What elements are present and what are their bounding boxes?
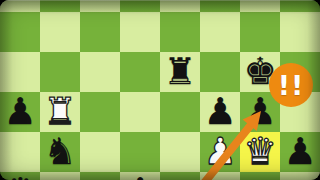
black-pawn-f5[interactable]: ♟ xyxy=(200,92,240,132)
black-pawn-d3[interactable]: ♟ xyxy=(120,172,160,180)
square-b7[interactable] xyxy=(40,12,80,52)
square-f3[interactable] xyxy=(200,172,240,180)
black-queen-a3[interactable]: ♛ xyxy=(0,172,40,180)
square-h4[interactable]: ♟ xyxy=(280,132,320,172)
square-h7[interactable] xyxy=(280,12,320,52)
square-b3[interactable] xyxy=(40,172,80,180)
square-f4[interactable]: ♟ xyxy=(200,132,240,172)
chess-board: ♜♚♟♜♟♟♞♟♛♟♛♟♞♟ !! xyxy=(0,0,320,180)
square-b4[interactable]: ♞ xyxy=(40,132,80,172)
square-f6[interactable] xyxy=(200,52,240,92)
square-f7[interactable] xyxy=(200,12,240,52)
square-e6[interactable]: ♜ xyxy=(160,52,200,92)
square-e8[interactable] xyxy=(160,0,200,12)
square-b8[interactable] xyxy=(40,0,80,12)
black-knight-b4[interactable]: ♞ xyxy=(40,132,80,172)
square-a5[interactable]: ♟ xyxy=(0,92,40,132)
square-f5[interactable]: ♟ xyxy=(200,92,240,132)
square-d5[interactable] xyxy=(120,92,160,132)
square-h8[interactable] xyxy=(280,0,320,12)
white-queen-g4[interactable]: ♛ xyxy=(240,132,280,172)
square-g4[interactable]: ♛ xyxy=(240,132,280,172)
square-b5[interactable]: ♜ xyxy=(40,92,80,132)
square-e5[interactable] xyxy=(160,92,200,132)
square-c4[interactable] xyxy=(80,132,120,172)
square-e3[interactable] xyxy=(160,172,200,180)
black-rook-e6[interactable]: ♜ xyxy=(160,52,200,92)
square-g7[interactable] xyxy=(240,12,280,52)
black-pawn-a5[interactable]: ♟ xyxy=(0,92,40,132)
chess-thumbnail: ♜♚♟♜♟♟♞♟♛♟♛♟♞♟ !! xyxy=(0,0,320,180)
brilliant-move-badge: !! xyxy=(269,63,313,107)
square-d7[interactable] xyxy=(120,12,160,52)
white-rook-b5[interactable]: ♜ xyxy=(40,92,80,132)
square-d8[interactable] xyxy=(120,0,160,12)
square-a6[interactable] xyxy=(0,52,40,92)
square-a3[interactable]: ♛ xyxy=(0,172,40,180)
square-d4[interactable] xyxy=(120,132,160,172)
square-a8[interactable] xyxy=(0,0,40,12)
square-d6[interactable] xyxy=(120,52,160,92)
square-a7[interactable] xyxy=(0,12,40,52)
square-a4[interactable] xyxy=(0,132,40,172)
square-c3[interactable] xyxy=(80,172,120,180)
square-d3[interactable]: ♟ xyxy=(120,172,160,180)
square-c7[interactable] xyxy=(80,12,120,52)
square-e7[interactable] xyxy=(160,12,200,52)
square-f8[interactable] xyxy=(200,0,240,12)
white-pawn-f4[interactable]: ♟ xyxy=(200,132,240,172)
square-h3[interactable] xyxy=(280,172,320,180)
square-g3[interactable] xyxy=(240,172,280,180)
square-b6[interactable] xyxy=(40,52,80,92)
square-g8[interactable] xyxy=(240,0,280,12)
square-e4[interactable] xyxy=(160,132,200,172)
square-c6[interactable] xyxy=(80,52,120,92)
square-c5[interactable] xyxy=(80,92,120,132)
badge-label: !! xyxy=(278,70,305,101)
black-pawn-h4[interactable]: ♟ xyxy=(280,132,320,172)
square-c8[interactable] xyxy=(80,0,120,12)
